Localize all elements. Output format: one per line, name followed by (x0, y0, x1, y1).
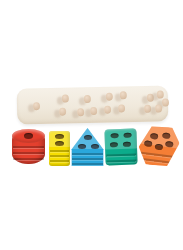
layer-groove (72, 163, 103, 165)
peg (33, 102, 40, 110)
hole (78, 144, 86, 149)
layer-groove (138, 158, 176, 165)
cylinder-top (12, 129, 45, 143)
hole (24, 133, 33, 139)
hole (84, 135, 92, 140)
peg (155, 105, 162, 113)
hole (55, 141, 64, 146)
peg (157, 91, 164, 99)
layer-groove (50, 150, 69, 152)
layer-groove (50, 160, 69, 162)
layer-groove (13, 158, 44, 160)
hole (144, 140, 153, 147)
orange-hexagon-piece (137, 124, 182, 169)
peg (120, 91, 127, 99)
peg (84, 95, 91, 103)
layer-groove (139, 152, 177, 159)
hole (155, 144, 164, 151)
layer-groove (106, 153, 136, 156)
peg (118, 104, 125, 112)
peg (106, 93, 113, 101)
peg (62, 94, 69, 102)
peg (77, 108, 84, 116)
layer-groove (50, 155, 69, 157)
peg (162, 98, 169, 106)
square-face (104, 128, 137, 165)
peg (90, 107, 97, 115)
layer-groove (13, 146, 44, 148)
layer-groove (72, 158, 103, 160)
layer-groove (106, 159, 136, 162)
peg (59, 108, 66, 116)
yellow-square-piece (49, 131, 70, 166)
hole (91, 144, 99, 149)
hole (55, 134, 64, 139)
green-square-piece (104, 128, 137, 165)
layer-groove (72, 153, 103, 155)
peg (147, 94, 154, 102)
product-photo (0, 0, 183, 250)
layer-groove (13, 152, 44, 154)
hexagon-face (137, 124, 182, 169)
blue-triangle-piece (71, 128, 104, 166)
peg (104, 106, 111, 114)
top-face (104, 128, 137, 149)
triangle-face (71, 128, 104, 166)
peg-board (17, 85, 169, 124)
peg (144, 105, 151, 113)
block-face (49, 131, 70, 166)
red-cylinder-piece (12, 129, 45, 164)
